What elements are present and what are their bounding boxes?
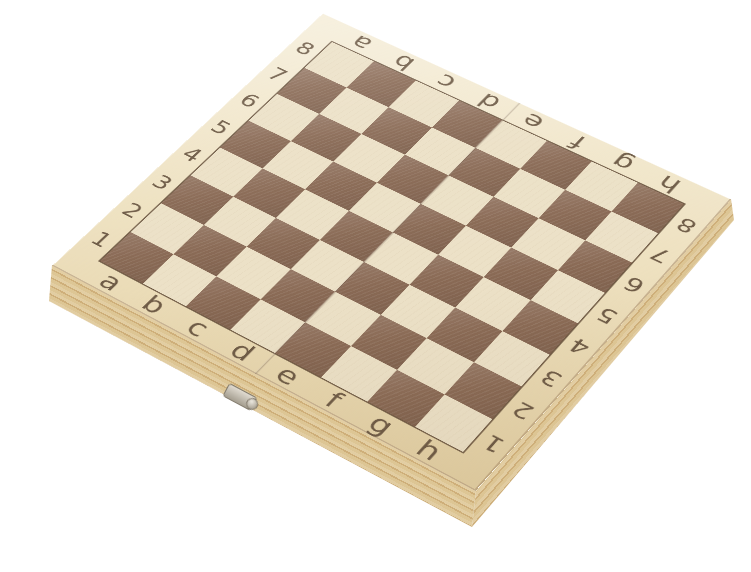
photo-background: aabbccddeeffgghh1122334455667788 — [0, 0, 751, 572]
chessboard: aabbccddeeffgghh1122334455667788 — [52, 13, 731, 491]
latch-knob-icon — [244, 396, 260, 412]
playing-area — [100, 42, 684, 452]
fold-latch — [222, 383, 257, 411]
